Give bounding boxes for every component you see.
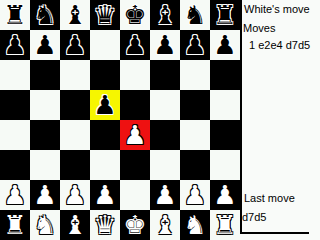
square-f1[interactable]: ♝	[150, 210, 180, 240]
square-c7[interactable]: ♟	[60, 30, 90, 60]
square-g2[interactable]: ♟	[180, 180, 210, 210]
piece-white-rook: ♜	[210, 210, 240, 240]
square-e5[interactable]	[120, 90, 150, 120]
piece-white-bishop: ♝	[150, 210, 180, 240]
piece-black-pawn: ♟	[180, 30, 210, 60]
square-f4[interactable]	[150, 120, 180, 150]
square-a3[interactable]	[0, 150, 30, 180]
square-f2[interactable]: ♟	[150, 180, 180, 210]
app-window: ♜♞♝♛♚♝♞♜♟♟♟♟♟♟♟♟♟♟♟♟♟♟♟♟♜♞♝♛♚♝♞♜ White's…	[0, 0, 320, 240]
square-d7[interactable]	[90, 30, 120, 60]
square-b6[interactable]	[30, 60, 60, 90]
move-list-entry[interactable]: 1 e2e4 d7d5	[249, 39, 310, 51]
square-a7[interactable]: ♟	[0, 30, 30, 60]
last-move-heading: Last move	[244, 192, 295, 204]
square-e2[interactable]	[120, 180, 150, 210]
square-d4[interactable]	[90, 120, 120, 150]
square-h7[interactable]: ♟	[210, 30, 240, 60]
square-b4[interactable]	[30, 120, 60, 150]
square-h3[interactable]	[210, 150, 240, 180]
square-b5[interactable]	[30, 90, 60, 120]
piece-black-rook: ♜	[210, 0, 240, 30]
piece-black-pawn: ♟	[0, 30, 30, 60]
square-b7[interactable]: ♟	[30, 30, 60, 60]
piece-white-pawn: ♟	[210, 180, 240, 210]
square-a2[interactable]: ♟	[0, 180, 30, 210]
piece-white-knight: ♞	[180, 210, 210, 240]
square-e7[interactable]: ♟	[120, 30, 150, 60]
square-f3[interactable]	[150, 150, 180, 180]
chess-board: ♜♞♝♛♚♝♞♜♟♟♟♟♟♟♟♟♟♟♟♟♟♟♟♟♜♞♝♛♚♝♞♜	[0, 0, 240, 240]
piece-white-pawn: ♟	[120, 120, 150, 150]
square-b1[interactable]: ♞	[30, 210, 60, 240]
piece-white-pawn: ♟	[150, 180, 180, 210]
piece-black-bishop: ♝	[150, 0, 180, 30]
piece-white-king: ♚	[120, 210, 150, 240]
piece-black-king: ♚	[120, 0, 150, 30]
square-a6[interactable]	[0, 60, 30, 90]
square-g4[interactable]	[180, 120, 210, 150]
square-h8[interactable]: ♜	[210, 0, 240, 30]
piece-black-rook: ♜	[0, 0, 30, 30]
square-h1[interactable]: ♜	[210, 210, 240, 240]
square-e4[interactable]: ♟	[120, 120, 150, 150]
board-panel-divider	[240, 0, 242, 234]
square-f8[interactable]: ♝	[150, 0, 180, 30]
square-g7[interactable]: ♟	[180, 30, 210, 60]
square-a8[interactable]: ♜	[0, 0, 30, 30]
square-h5[interactable]	[210, 90, 240, 120]
square-f6[interactable]	[150, 60, 180, 90]
last-move-value: d7d5	[242, 211, 266, 223]
piece-white-rook: ♜	[0, 210, 30, 240]
piece-black-pawn: ♟	[90, 90, 120, 120]
square-f7[interactable]: ♟	[150, 30, 180, 60]
piece-black-knight: ♞	[30, 0, 60, 30]
piece-black-bishop: ♝	[60, 0, 90, 30]
square-d8[interactable]: ♛	[90, 0, 120, 30]
square-d6[interactable]	[90, 60, 120, 90]
piece-black-knight: ♞	[180, 0, 210, 30]
square-e6[interactable]	[120, 60, 150, 90]
square-e3[interactable]	[120, 150, 150, 180]
square-d5[interactable]: ♟	[90, 90, 120, 120]
piece-black-pawn: ♟	[120, 30, 150, 60]
square-h4[interactable]	[210, 120, 240, 150]
piece-black-queen: ♛	[90, 0, 120, 30]
square-c8[interactable]: ♝	[60, 0, 90, 30]
square-g6[interactable]	[180, 60, 210, 90]
piece-black-pawn: ♟	[60, 30, 90, 60]
side-panel: White's move Moves 1 e2e4 d7d5 Last move…	[240, 0, 320, 240]
moves-heading: Moves	[243, 22, 275, 34]
square-b2[interactable]: ♟	[30, 180, 60, 210]
square-g8[interactable]: ♞	[180, 0, 210, 30]
turn-status: White's move	[244, 3, 310, 15]
square-a5[interactable]	[0, 90, 30, 120]
square-g5[interactable]	[180, 90, 210, 120]
square-g1[interactable]: ♞	[180, 210, 210, 240]
piece-white-pawn: ♟	[30, 180, 60, 210]
square-d1[interactable]: ♛	[90, 210, 120, 240]
square-f5[interactable]	[150, 90, 180, 120]
square-e1[interactable]: ♚	[120, 210, 150, 240]
square-c1[interactable]: ♝	[60, 210, 90, 240]
square-g3[interactable]	[180, 150, 210, 180]
piece-black-pawn: ♟	[30, 30, 60, 60]
piece-white-queen: ♛	[90, 210, 120, 240]
piece-white-knight: ♞	[30, 210, 60, 240]
square-a1[interactable]: ♜	[0, 210, 30, 240]
piece-white-pawn: ♟	[180, 180, 210, 210]
square-h6[interactable]	[210, 60, 240, 90]
square-c2[interactable]: ♟	[60, 180, 90, 210]
square-c3[interactable]	[60, 150, 90, 180]
square-b8[interactable]: ♞	[30, 0, 60, 30]
piece-white-pawn: ♟	[0, 180, 30, 210]
square-c6[interactable]	[60, 60, 90, 90]
piece-white-bishop: ♝	[60, 210, 90, 240]
piece-black-pawn: ♟	[210, 30, 240, 60]
square-c5[interactable]	[60, 90, 90, 120]
square-b3[interactable]	[30, 150, 60, 180]
piece-black-pawn: ♟	[150, 30, 180, 60]
square-e8[interactable]: ♚	[120, 0, 150, 30]
square-a4[interactable]	[0, 120, 30, 150]
square-c4[interactable]	[60, 120, 90, 150]
piece-white-pawn: ♟	[90, 180, 120, 210]
square-h2[interactable]: ♟	[210, 180, 240, 210]
square-d3[interactable]	[90, 150, 120, 180]
panel-bottom-border	[241, 232, 309, 234]
piece-white-pawn: ♟	[60, 180, 90, 210]
square-d2[interactable]: ♟	[90, 180, 120, 210]
